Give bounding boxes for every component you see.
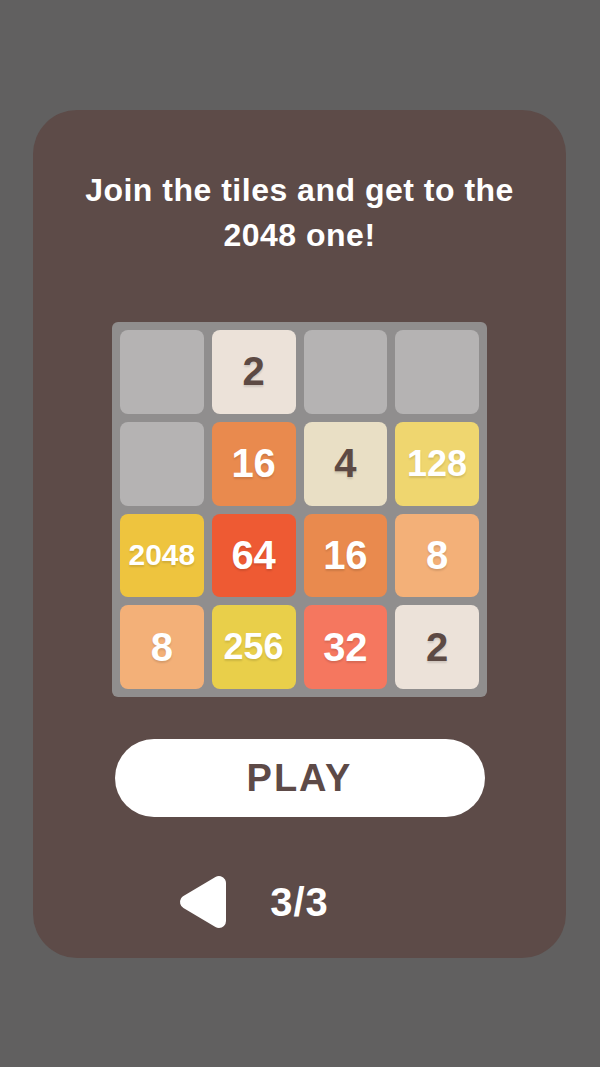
tile-r2c4: 128: [395, 422, 479, 506]
tile-r2c3: 4: [304, 422, 388, 506]
tile-r4c4: 2: [395, 605, 479, 689]
tile-r1c3: [304, 330, 388, 414]
play-button[interactable]: PLAY: [115, 739, 485, 817]
prev-page-button[interactable]: [175, 871, 231, 933]
app-background: { "game": "2048", "screen": "tutorial-in…: [0, 0, 600, 1067]
board-2048: 2 16 4 128 2048 64 16 8 8 256 32 2: [112, 322, 487, 697]
tile-r3c2: 64: [212, 514, 296, 598]
tutorial-card: Join the tiles and get to the 2048 one! …: [33, 110, 566, 958]
page-title: Join the tiles and get to the 2048 one!: [40, 168, 560, 258]
pagination: 3/3: [175, 867, 425, 937]
tile-r1c1: [120, 330, 204, 414]
tile-r4c1: 8: [120, 605, 204, 689]
tile-r3c3: 16: [304, 514, 388, 598]
play-button-label: PLAY: [247, 757, 353, 800]
title-line-2: 2048 one!: [223, 217, 375, 253]
tile-r1c4: [395, 330, 479, 414]
left-arrow-icon: [175, 871, 231, 933]
tile-r2c2: 16: [212, 422, 296, 506]
tile-r4c3: 32: [304, 605, 388, 689]
title-line-1: Join the tiles and get to the: [85, 172, 514, 208]
tile-r4c2: 256: [212, 605, 296, 689]
tile-r3c4: 8: [395, 514, 479, 598]
tile-r2c1: [120, 422, 204, 506]
page-indicator: 3/3: [267, 880, 333, 925]
tile-r1c2: 2: [212, 330, 296, 414]
tile-r3c1: 2048: [120, 514, 204, 598]
